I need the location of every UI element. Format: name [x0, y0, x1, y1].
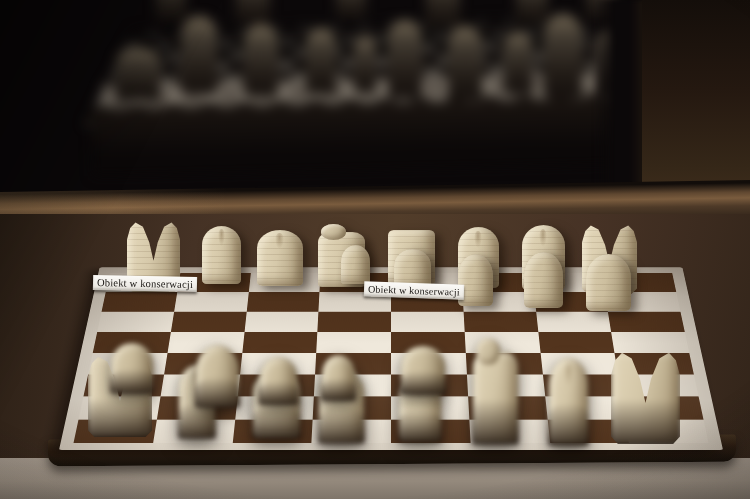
background-piece-silhouette	[306, 28, 336, 94]
background-piece-silhouette	[236, 0, 270, 22]
square-h5	[611, 332, 689, 353]
square-d5	[316, 332, 391, 353]
far-bishop-c8	[257, 230, 303, 286]
background-plinth	[91, 98, 642, 176]
square-g5	[538, 332, 615, 353]
near-pawn-c2	[260, 357, 297, 404]
background-piece-silhouette	[244, 24, 278, 96]
near-pawn-b2	[196, 345, 239, 407]
background-piece-silhouette	[336, 0, 366, 18]
square-f6	[463, 312, 538, 332]
square-a6	[97, 312, 174, 332]
square-h6	[608, 312, 685, 332]
square-g6	[536, 312, 612, 332]
square-e6	[391, 312, 464, 332]
background-piece-silhouette	[354, 36, 376, 92]
background-piece-silhouette	[388, 20, 422, 98]
far-pawn-g7	[524, 252, 563, 308]
background-display	[96, 0, 630, 194]
museum-chess-exhibit-photo: Obiekt w konserwacji Obiekt w konserwacj…	[0, 0, 750, 499]
background-piece-silhouette	[156, 0, 186, 20]
background-piece-silhouette	[544, 14, 582, 98]
square-b6	[171, 312, 247, 332]
near-pawn-e2	[401, 346, 445, 394]
far-pawn-h7	[586, 254, 631, 311]
near-pawn-d2	[322, 355, 355, 400]
near-pawn-a2	[111, 343, 153, 393]
background-piece-silhouette	[516, 0, 548, 22]
near-knight-g1	[549, 358, 588, 444]
background-piece-silhouette	[181, 16, 217, 94]
square-d6	[318, 312, 391, 332]
far-pawn-d7	[341, 245, 370, 284]
square-c5	[242, 332, 318, 353]
square-c6	[244, 312, 319, 332]
square-b7	[174, 292, 248, 312]
far-knight-b8	[202, 226, 241, 284]
square-c7	[246, 292, 319, 312]
conservation-label-left: Obiekt w konserwacji	[93, 275, 197, 292]
background-piece-silhouette	[504, 32, 532, 94]
right-panel	[642, 0, 750, 198]
background-piece-silhouette	[448, 26, 482, 100]
background-piece-silhouette	[426, 0, 460, 26]
near-bishop-f1	[473, 352, 518, 443]
background-piece-silhouette	[116, 48, 160, 100]
display-case-frame-edge	[594, 0, 646, 194]
square-a7	[102, 292, 178, 312]
